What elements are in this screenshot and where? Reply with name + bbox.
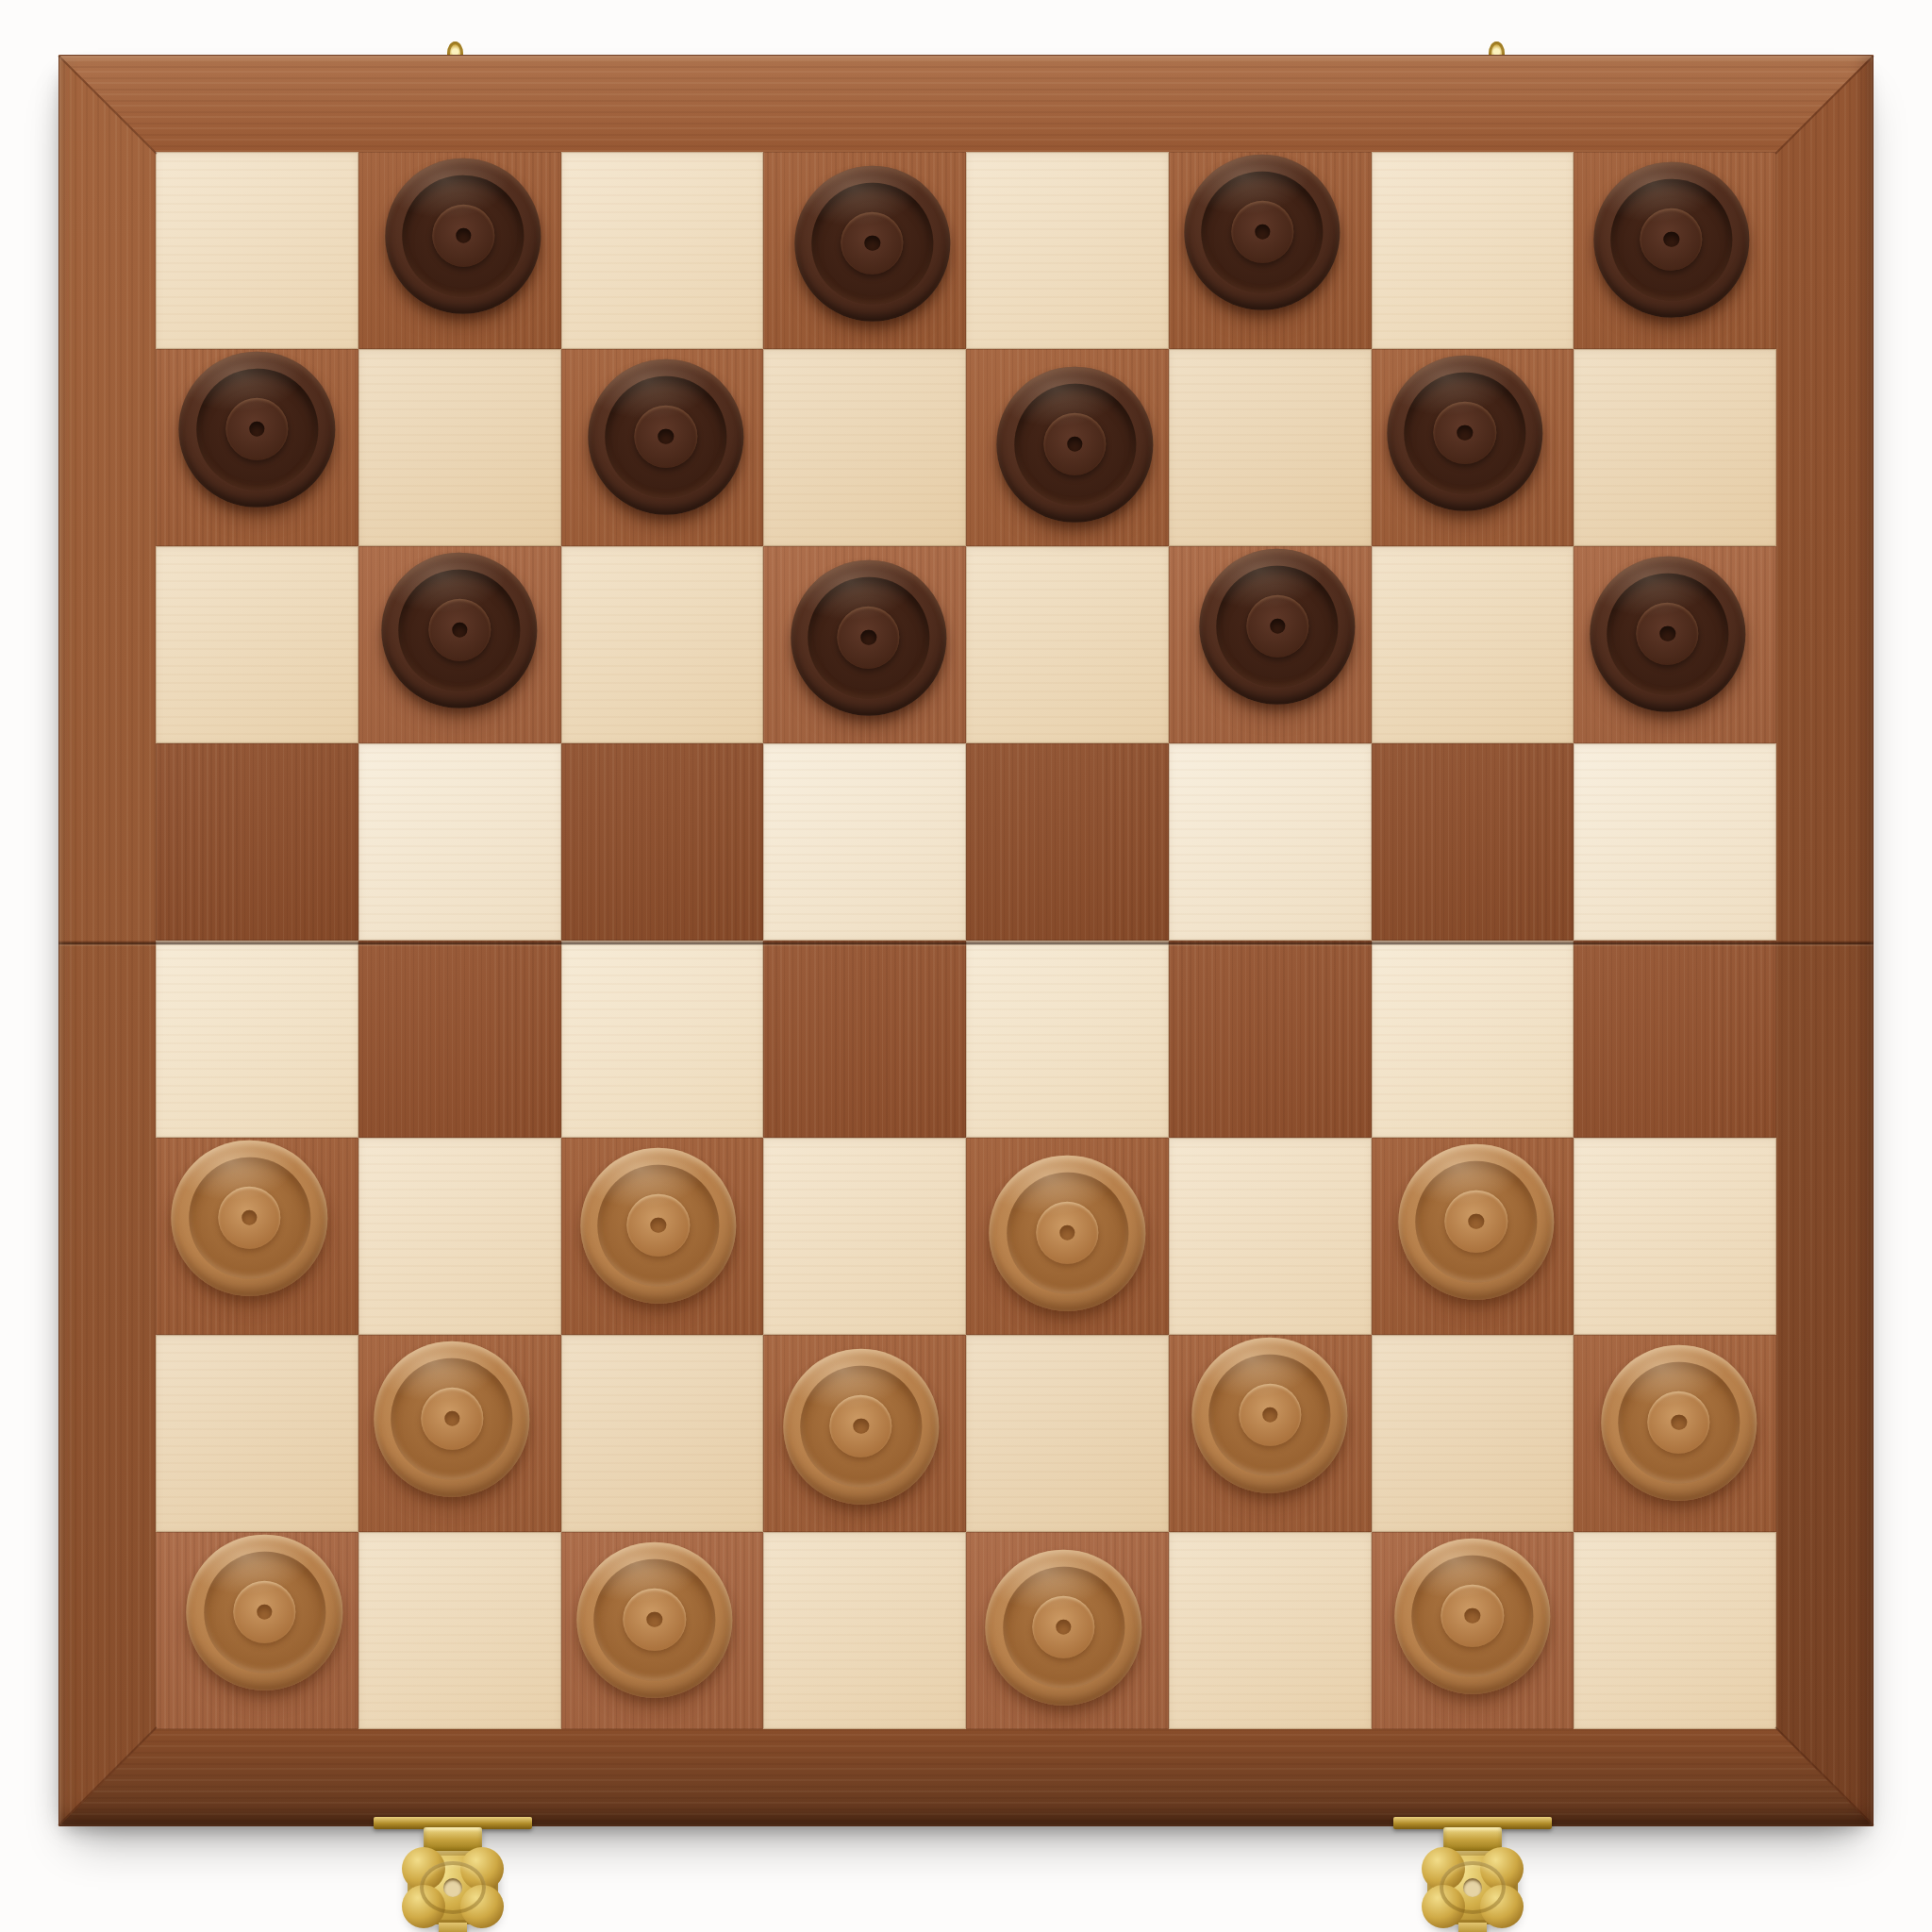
square-r2c1[interactable] [156, 349, 358, 546]
square-r8c8[interactable] [1574, 1532, 1776, 1729]
latch-tab [439, 1923, 467, 1932]
checker-trough [1618, 1361, 1740, 1483]
square-r3c6[interactable] [1169, 546, 1372, 743]
square-r4c6[interactable] [1169, 743, 1372, 941]
square-r4c3[interactable] [561, 743, 764, 941]
square-r8c1[interactable] [156, 1532, 358, 1729]
square-r4c1[interactable] [156, 743, 358, 941]
square-r7c1[interactable] [156, 1335, 358, 1532]
checker-trough2 [452, 623, 468, 639]
checker-trough2 [1671, 1415, 1687, 1431]
checker-ring [1043, 413, 1106, 475]
square-r3c5[interactable] [966, 546, 1169, 743]
brass-latch [1392, 1815, 1553, 1932]
checker-ring [432, 205, 494, 267]
square-r3c4[interactable] [763, 546, 966, 743]
checker-trough2 [249, 422, 265, 438]
square-r2c8[interactable] [1574, 349, 1776, 546]
dark-checker-r1c4[interactable] [794, 165, 950, 321]
light-checker-r7c4[interactable] [783, 1348, 939, 1504]
checker-trough2 [1262, 1407, 1278, 1424]
square-r6c7[interactable] [1372, 1138, 1574, 1335]
checker-trough [1007, 1172, 1128, 1293]
checker-ring [1648, 1391, 1710, 1454]
square-r5c5[interactable] [966, 941, 1169, 1138]
checker-ring [841, 212, 904, 275]
frame-mitre [58, 55, 157, 154]
checker-ring [1231, 201, 1293, 263]
latch-ornate-plate [1427, 1851, 1518, 1924]
square-r5c3[interactable] [561, 941, 764, 1138]
checker-trough [1610, 178, 1732, 300]
square-r8c7[interactable] [1372, 1532, 1574, 1729]
light-checker-r7c2[interactable] [374, 1341, 529, 1496]
square-r3c3[interactable] [561, 546, 764, 743]
light-checker-r6c7[interactable] [1398, 1143, 1554, 1299]
checker-trough2 [1067, 437, 1083, 453]
square-r6c6[interactable] [1169, 1138, 1372, 1335]
checker-ring [624, 1589, 686, 1651]
checker-trough [1607, 573, 1728, 694]
square-r8c6[interactable] [1169, 1532, 1372, 1729]
frame-mitre [1774, 1726, 1874, 1825]
checker-trough [1411, 1555, 1533, 1676]
square-r5c7[interactable] [1372, 941, 1574, 1138]
square-r5c2[interactable] [358, 941, 561, 1138]
square-r8c4[interactable] [763, 1532, 966, 1729]
checker-trough [204, 1551, 325, 1673]
dark-checker-r3c4[interactable] [791, 559, 946, 715]
square-r6c4[interactable] [763, 1138, 966, 1335]
checker-trough [811, 182, 933, 304]
checker-trough2 [444, 1411, 460, 1427]
square-r8c5[interactable] [966, 1532, 1169, 1729]
checker-trough [605, 375, 726, 497]
dark-checker-r1c6[interactable] [1184, 154, 1340, 309]
checker-trough [399, 569, 521, 691]
checker-ring [1036, 1202, 1098, 1264]
square-r4c7[interactable] [1372, 743, 1574, 941]
square-r4c2[interactable] [358, 743, 561, 941]
frame-bottom [58, 1729, 1874, 1826]
checker-ring [830, 1395, 892, 1457]
checker-ring [1032, 1596, 1094, 1658]
square-r5c1[interactable] [156, 941, 358, 1138]
square-r2c2[interactable] [358, 349, 561, 546]
checker-trough2 [257, 1605, 273, 1621]
square-r2c6[interactable] [1169, 349, 1372, 546]
checker-trough [391, 1357, 513, 1479]
dark-checker-r3c8[interactable] [1590, 556, 1745, 711]
square-r4c8[interactable] [1574, 743, 1776, 941]
brass-latch [373, 1815, 533, 1932]
checker-trough2 [1465, 1608, 1481, 1624]
dark-checker-r2c5[interactable] [997, 366, 1153, 522]
checker-trough [1014, 383, 1136, 505]
checkers-board [58, 55, 1874, 1826]
light-checker-r8c1[interactable] [187, 1534, 342, 1690]
square-r5c8[interactable] [1574, 941, 1776, 1138]
dark-checker-r3c2[interactable] [381, 552, 537, 708]
square-r1c5[interactable] [966, 152, 1169, 349]
frame-left [58, 55, 156, 1826]
checker-ring [1441, 1585, 1504, 1647]
checker-trough2 [658, 429, 675, 445]
checker-ring [1246, 595, 1308, 658]
checker-trough2 [853, 1419, 869, 1435]
square-r4c4[interactable] [763, 743, 966, 941]
square-r3c2[interactable] [358, 546, 561, 743]
square-r1c1[interactable] [156, 152, 358, 349]
latch-tab [1458, 1923, 1487, 1932]
checker-ring [233, 1581, 295, 1643]
dark-checker-r1c2[interactable] [385, 158, 541, 313]
square-r1c3[interactable] [561, 152, 764, 349]
checker-trough [1209, 1354, 1331, 1475]
checker-trough [1202, 171, 1324, 292]
checker-trough [597, 1164, 719, 1286]
checker-trough [403, 175, 525, 296]
checker-trough2 [1270, 619, 1286, 635]
square-r7c3[interactable] [561, 1335, 764, 1532]
checker-ring [218, 1187, 280, 1249]
square-r7c8[interactable] [1574, 1335, 1776, 1532]
frame-mitre [1774, 55, 1874, 154]
checker-ring [1445, 1191, 1507, 1253]
light-checker-r7c8[interactable] [1601, 1344, 1757, 1500]
checker-trough [1415, 1160, 1537, 1282]
checker-ring [635, 406, 697, 468]
checker-trough [196, 368, 318, 490]
square-r7c4[interactable] [763, 1335, 966, 1532]
square-r2c4[interactable] [763, 349, 966, 546]
square-r8c2[interactable] [358, 1532, 561, 1729]
checker-trough2 [860, 630, 876, 646]
frame-mitre [58, 1726, 157, 1825]
checker-ring [838, 607, 900, 669]
checker-ring [1239, 1384, 1301, 1446]
square-r3c8[interactable] [1574, 546, 1776, 743]
checker-ring [225, 398, 288, 460]
latch-hole [443, 1878, 462, 1897]
checker-trough2 [1659, 626, 1675, 642]
latch-ornate-plate [408, 1851, 498, 1924]
checker-trough2 [1457, 425, 1474, 441]
light-checker-r6c1[interactable] [172, 1140, 327, 1295]
light-checker-r8c3[interactable] [576, 1541, 732, 1697]
square-r1c7[interactable] [1372, 152, 1574, 349]
square-r2c7[interactable] [1372, 349, 1574, 546]
square-r7c5[interactable] [966, 1335, 1169, 1532]
light-checker-r8c5[interactable] [986, 1549, 1141, 1705]
dark-checker-r3c6[interactable] [1199, 548, 1355, 704]
light-checker-r6c5[interactable] [990, 1155, 1145, 1310]
square-r7c2[interactable] [358, 1335, 561, 1532]
square-r3c7[interactable] [1372, 546, 1574, 743]
square-r7c7[interactable] [1372, 1335, 1574, 1532]
square-r5c6[interactable] [1169, 941, 1372, 1138]
checker-trough [1217, 565, 1339, 687]
square-r6c5[interactable] [966, 1138, 1169, 1335]
board-grid [156, 152, 1776, 1729]
square-r1c2[interactable] [358, 152, 561, 349]
dark-checker-r2c1[interactable] [179, 351, 335, 507]
checker-trough2 [1056, 1620, 1072, 1636]
checker-trough2 [1469, 1214, 1485, 1230]
checker-trough [808, 576, 929, 698]
square-r6c8[interactable] [1574, 1138, 1776, 1335]
checker-trough [1003, 1566, 1124, 1688]
checker-ring [1434, 402, 1496, 464]
checker-trough [189, 1157, 310, 1278]
square-r6c2[interactable] [358, 1138, 561, 1335]
square-r2c5[interactable] [966, 349, 1169, 546]
square-r1c4[interactable] [763, 152, 966, 349]
checker-trough [593, 1558, 715, 1680]
light-checker-r7c6[interactable] [1191, 1337, 1347, 1492]
square-r6c3[interactable] [561, 1138, 764, 1335]
checker-trough2 [1059, 1225, 1075, 1241]
checker-ring [1637, 603, 1699, 665]
square-r1c8[interactable] [1574, 152, 1776, 349]
checker-trough2 [864, 236, 880, 252]
checker-trough2 [241, 1210, 258, 1226]
checker-trough2 [651, 1218, 667, 1234]
checker-trough2 [647, 1612, 663, 1628]
photo-background [0, 0, 1932, 1932]
frame-right [1776, 55, 1874, 1826]
checker-ring [421, 1388, 483, 1450]
checker-trough [800, 1365, 922, 1487]
frame-top [58, 55, 1874, 152]
square-r6c1[interactable] [156, 1138, 358, 1335]
checker-ring [627, 1194, 690, 1257]
checker-ring [1641, 208, 1703, 271]
square-r2c3[interactable] [561, 349, 764, 546]
light-checker-r8c7[interactable] [1394, 1538, 1550, 1693]
dark-checker-r2c3[interactable] [588, 358, 743, 514]
dark-checker-r1c8[interactable] [1593, 161, 1749, 317]
checker-trough2 [1663, 232, 1679, 248]
latch-hole [1463, 1878, 1482, 1897]
light-checker-r6c3[interactable] [580, 1147, 736, 1303]
square-r5c4[interactable] [763, 941, 966, 1138]
checker-ring [428, 599, 491, 661]
checker-trough [1404, 372, 1525, 493]
checker-trough2 [1255, 225, 1271, 241]
square-r7c6[interactable] [1169, 1335, 1372, 1532]
square-r3c1[interactable] [156, 546, 358, 743]
square-r1c6[interactable] [1169, 152, 1372, 349]
square-r4c5[interactable] [966, 743, 1169, 941]
square-r8c3[interactable] [561, 1532, 764, 1729]
dark-checker-r2c7[interactable] [1387, 355, 1542, 510]
checker-trough2 [456, 228, 472, 244]
